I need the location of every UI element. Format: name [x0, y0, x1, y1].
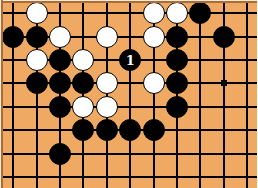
board-intersection[interactable]	[48, 165, 71, 188]
black-stone[interactable]	[213, 26, 235, 48]
board-intersection[interactable]	[119, 72, 142, 95]
board-intersection[interactable]	[25, 2, 48, 25]
board-intersection[interactable]	[212, 48, 235, 71]
board-intersection[interactable]	[142, 165, 165, 188]
board-intersection[interactable]	[189, 25, 212, 48]
board-intersection[interactable]	[2, 165, 25, 188]
board-intersection[interactable]	[212, 72, 235, 95]
board-intersection[interactable]	[189, 72, 212, 95]
black-stone[interactable]	[189, 2, 211, 24]
board-intersection[interactable]	[236, 142, 258, 165]
white-stone[interactable]	[96, 26, 118, 48]
board-intersection[interactable]	[48, 48, 71, 71]
board-intersection[interactable]	[142, 95, 165, 118]
board-intersection[interactable]	[48, 2, 71, 25]
board-intersection[interactable]	[25, 165, 48, 188]
board-intersection[interactable]	[95, 142, 118, 165]
white-stone[interactable]	[49, 26, 71, 48]
board-intersection[interactable]	[72, 48, 95, 71]
board-intersection[interactable]	[189, 95, 212, 118]
white-stone[interactable]	[143, 2, 165, 24]
board-intersection[interactable]	[2, 95, 25, 118]
board-edge-left	[0, 0, 3, 188]
black-stone[interactable]	[96, 119, 118, 141]
black-stone[interactable]	[166, 72, 188, 94]
board-intersection[interactable]	[95, 48, 118, 71]
black-stone[interactable]	[119, 119, 141, 141]
board-intersection[interactable]	[142, 142, 165, 165]
board-intersection[interactable]	[165, 142, 188, 165]
board-intersection[interactable]	[212, 2, 235, 25]
board-intersection[interactable]	[165, 2, 188, 25]
white-stone[interactable]	[96, 96, 118, 118]
black-stone[interactable]	[72, 72, 94, 94]
board-intersection[interactable]	[25, 95, 48, 118]
board-intersection[interactable]	[25, 48, 48, 71]
board-intersection[interactable]	[165, 165, 188, 188]
board-intersection[interactable]	[165, 72, 188, 95]
board-intersection[interactable]	[212, 119, 235, 142]
board-intersection[interactable]	[2, 25, 25, 48]
board-intersection[interactable]	[25, 72, 48, 95]
board-intersection[interactable]	[236, 25, 258, 48]
marked-black-stone-1[interactable]: 1	[119, 49, 141, 71]
board-intersection[interactable]	[236, 95, 258, 118]
board-intersection[interactable]	[2, 48, 25, 71]
board-intersection[interactable]	[72, 165, 95, 188]
board-intersection[interactable]	[2, 142, 25, 165]
board-intersection[interactable]	[48, 95, 71, 118]
board-intersection[interactable]	[189, 119, 212, 142]
board-intersection[interactable]	[236, 2, 258, 25]
black-stone[interactable]	[49, 49, 71, 71]
board-intersection[interactable]	[189, 2, 212, 25]
board-intersection[interactable]	[72, 72, 95, 95]
board-intersection[interactable]	[25, 142, 48, 165]
board-intersection[interactable]	[119, 165, 142, 188]
board-intersection[interactable]	[25, 25, 48, 48]
board-intersection[interactable]	[72, 95, 95, 118]
board-intersection[interactable]	[95, 25, 118, 48]
board-intersection[interactable]	[165, 48, 188, 71]
go-board: 1	[0, 0, 257, 188]
board-intersection[interactable]	[95, 72, 118, 95]
black-stone[interactable]	[26, 72, 48, 94]
black-stone[interactable]	[143, 119, 165, 141]
board-intersection[interactable]	[212, 142, 235, 165]
board-intersection[interactable]	[189, 48, 212, 71]
black-stone[interactable]	[49, 143, 71, 165]
board-intersection[interactable]	[119, 142, 142, 165]
board-intersection[interactable]	[165, 119, 188, 142]
board-intersection[interactable]	[119, 119, 142, 142]
board-intersection[interactable]	[95, 119, 118, 142]
board-intersection[interactable]	[119, 2, 142, 25]
board-intersection[interactable]	[236, 48, 258, 71]
black-stone[interactable]	[166, 26, 188, 48]
board-intersection[interactable]	[236, 72, 258, 95]
black-stone[interactable]	[26, 26, 48, 48]
black-stone[interactable]	[166, 49, 188, 71]
board-intersection[interactable]	[142, 2, 165, 25]
board-intersection[interactable]	[142, 119, 165, 142]
board-intersection[interactable]	[212, 165, 235, 188]
board-intersection[interactable]	[119, 95, 142, 118]
black-stone[interactable]	[166, 96, 188, 118]
board-intersection[interactable]	[2, 2, 25, 25]
board-intersection[interactable]	[2, 72, 25, 95]
board-intersection[interactable]	[142, 48, 165, 71]
board-intersection[interactable]	[212, 25, 235, 48]
board-edge-top	[0, 0, 257, 3]
black-stone[interactable]	[49, 72, 71, 94]
board-intersection[interactable]	[165, 95, 188, 118]
white-stone[interactable]	[26, 49, 48, 71]
board-intersection[interactable]	[72, 142, 95, 165]
board-intersection[interactable]	[142, 72, 165, 95]
white-stone[interactable]	[143, 72, 165, 94]
board-intersection[interactable]	[25, 119, 48, 142]
black-stone[interactable]	[2, 26, 24, 48]
board-intersection[interactable]	[189, 142, 212, 165]
white-stone[interactable]	[143, 26, 165, 48]
board-intersection[interactable]	[72, 2, 95, 25]
board-intersection[interactable]	[236, 165, 258, 188]
board-intersection[interactable]	[2, 119, 25, 142]
board-intersection[interactable]: 1	[119, 48, 142, 71]
board-intersection[interactable]	[165, 25, 188, 48]
board-intersection[interactable]	[119, 25, 142, 48]
black-stone[interactable]	[72, 119, 94, 141]
board-intersection[interactable]	[142, 25, 165, 48]
board-intersection[interactable]	[236, 119, 258, 142]
board-intersection[interactable]	[72, 25, 95, 48]
board-intersection[interactable]	[189, 165, 212, 188]
board-intersection[interactable]	[72, 119, 95, 142]
star-point	[221, 80, 227, 86]
board-intersection[interactable]	[48, 142, 71, 165]
board-intersection[interactable]	[95, 2, 118, 25]
board-intersection[interactable]	[95, 95, 118, 118]
white-stone[interactable]	[166, 2, 188, 24]
board-intersections: 1	[2, 2, 257, 188]
white-stone[interactable]	[72, 96, 94, 118]
white-stone[interactable]	[96, 72, 118, 94]
board-intersection[interactable]	[48, 25, 71, 48]
white-stone[interactable]	[72, 49, 94, 71]
board-intersection[interactable]	[48, 119, 71, 142]
board-intersection[interactable]	[212, 95, 235, 118]
white-stone[interactable]	[26, 2, 48, 24]
board-intersection[interactable]	[48, 72, 71, 95]
board-intersection[interactable]	[95, 165, 118, 188]
move-number-label: 1	[126, 53, 135, 66]
black-stone[interactable]	[49, 96, 71, 118]
